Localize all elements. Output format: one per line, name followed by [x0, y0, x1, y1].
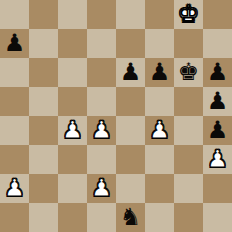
white-pawn-icon: ♟	[91, 174, 113, 203]
black-pawn-icon: ♟	[207, 116, 229, 145]
square-d6[interactable]	[87, 58, 116, 87]
square-g8[interactable]: ♚	[174, 0, 203, 29]
square-c6[interactable]	[58, 58, 87, 87]
square-d7[interactable]	[87, 29, 116, 58]
square-b2[interactable]	[29, 174, 58, 203]
square-h4[interactable]: ♟	[203, 116, 232, 145]
black-pawn-icon: ♟	[207, 87, 229, 116]
square-b3[interactable]	[29, 145, 58, 174]
square-d4[interactable]: ♟	[87, 116, 116, 145]
square-f7[interactable]	[145, 29, 174, 58]
square-g2[interactable]	[174, 174, 203, 203]
square-c2[interactable]	[58, 174, 87, 203]
square-h5[interactable]: ♟	[203, 87, 232, 116]
square-h7[interactable]	[203, 29, 232, 58]
square-f5[interactable]	[145, 87, 174, 116]
square-d3[interactable]	[87, 145, 116, 174]
square-f8[interactable]	[145, 0, 174, 29]
square-e5[interactable]	[116, 87, 145, 116]
square-b8[interactable]	[29, 0, 58, 29]
square-b6[interactable]	[29, 58, 58, 87]
square-a3[interactable]	[0, 145, 29, 174]
square-a1[interactable]	[0, 203, 29, 232]
square-a8[interactable]	[0, 0, 29, 29]
square-h3[interactable]: ♟	[203, 145, 232, 174]
square-d2[interactable]: ♟	[87, 174, 116, 203]
white-pawn-icon: ♟	[149, 116, 171, 145]
square-b1[interactable]	[29, 203, 58, 232]
square-h6[interactable]: ♟	[203, 58, 232, 87]
black-pawn-icon: ♟	[120, 58, 142, 87]
square-e6[interactable]: ♟	[116, 58, 145, 87]
square-f6[interactable]: ♟	[145, 58, 174, 87]
square-e3[interactable]	[116, 145, 145, 174]
white-pawn-icon: ♟	[207, 145, 229, 174]
black-pawn-icon: ♟	[207, 58, 229, 87]
square-a2[interactable]: ♟	[0, 174, 29, 203]
square-e2[interactable]	[116, 174, 145, 203]
square-d8[interactable]	[87, 0, 116, 29]
square-a5[interactable]	[0, 87, 29, 116]
square-d5[interactable]	[87, 87, 116, 116]
square-b5[interactable]	[29, 87, 58, 116]
square-c8[interactable]	[58, 0, 87, 29]
square-g6[interactable]: ♚	[174, 58, 203, 87]
black-knight-icon: ♞	[120, 203, 142, 232]
square-c7[interactable]	[58, 29, 87, 58]
square-g7[interactable]	[174, 29, 203, 58]
white-king-icon: ♚	[178, 0, 200, 29]
white-pawn-icon: ♟	[91, 116, 113, 145]
square-c5[interactable]	[58, 87, 87, 116]
square-b7[interactable]	[29, 29, 58, 58]
square-c1[interactable]	[58, 203, 87, 232]
square-a6[interactable]	[0, 58, 29, 87]
square-e7[interactable]	[116, 29, 145, 58]
white-pawn-icon: ♟	[62, 116, 84, 145]
square-g3[interactable]	[174, 145, 203, 174]
square-e1[interactable]: ♞	[116, 203, 145, 232]
square-b4[interactable]	[29, 116, 58, 145]
square-h2[interactable]	[203, 174, 232, 203]
black-pawn-icon: ♟	[149, 58, 171, 87]
white-pawn-icon: ♟	[4, 174, 26, 203]
square-h1[interactable]	[203, 203, 232, 232]
square-a7[interactable]: ♟	[0, 29, 29, 58]
square-a4[interactable]	[0, 116, 29, 145]
square-h8[interactable]	[203, 0, 232, 29]
square-d1[interactable]	[87, 203, 116, 232]
square-c3[interactable]	[58, 145, 87, 174]
square-f4[interactable]: ♟	[145, 116, 174, 145]
square-g5[interactable]	[174, 87, 203, 116]
square-g1[interactable]	[174, 203, 203, 232]
square-c4[interactable]: ♟	[58, 116, 87, 145]
square-g4[interactable]	[174, 116, 203, 145]
square-f3[interactable]	[145, 145, 174, 174]
black-king-icon: ♚	[178, 58, 200, 87]
black-pawn-icon: ♟	[4, 29, 26, 58]
square-f1[interactable]	[145, 203, 174, 232]
square-f2[interactable]	[145, 174, 174, 203]
chess-board: ♚♟♟♟♚♟♟♟♟♟♟♟♟♟♞	[0, 0, 232, 232]
square-e8[interactable]	[116, 0, 145, 29]
square-e4[interactable]	[116, 116, 145, 145]
